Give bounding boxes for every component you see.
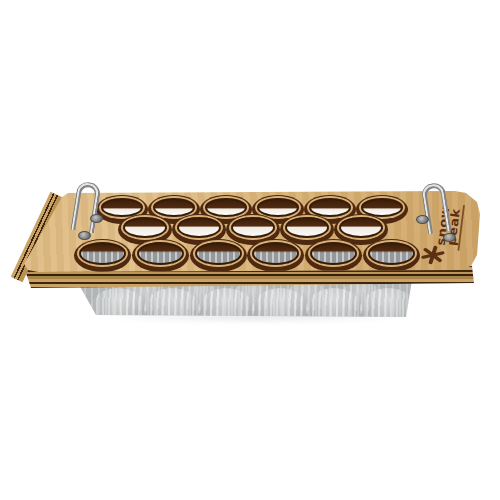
pit-row-back	[96, 197, 408, 217]
pit-middle-5[interactable]	[339, 217, 383, 238]
pit-back-2[interactable]	[153, 198, 195, 217]
pit-front-6[interactable]	[368, 242, 415, 265]
pit-front-3[interactable]	[195, 242, 242, 265]
pit-back-3[interactable]	[205, 198, 247, 217]
pit-back-5[interactable]	[309, 198, 351, 217]
pit-back-6[interactable]	[361, 198, 403, 217]
pit-back-1[interactable]	[101, 198, 143, 217]
pit-row-front	[74, 241, 420, 265]
pit-front-4[interactable]	[252, 242, 299, 265]
handle-screw	[416, 215, 429, 224]
pit-front-5[interactable]	[310, 242, 357, 265]
mancala-board: snow peak	[0, 0, 500, 500]
handle-screw	[443, 233, 456, 242]
pit-back-4[interactable]	[257, 198, 299, 217]
pit-middle-1[interactable]	[123, 217, 167, 238]
handle-screw	[90, 214, 103, 223]
handle-screw	[78, 231, 91, 240]
pit-front-1[interactable]	[79, 242, 126, 265]
product-photo-stage: snow peak	[0, 0, 500, 500]
pit-front-2[interactable]	[137, 242, 184, 265]
pit-middle-3[interactable]	[231, 217, 275, 238]
pit-middle-4[interactable]	[285, 217, 329, 238]
pit-row-middle	[118, 216, 388, 238]
pit-middle-2[interactable]	[177, 217, 221, 238]
